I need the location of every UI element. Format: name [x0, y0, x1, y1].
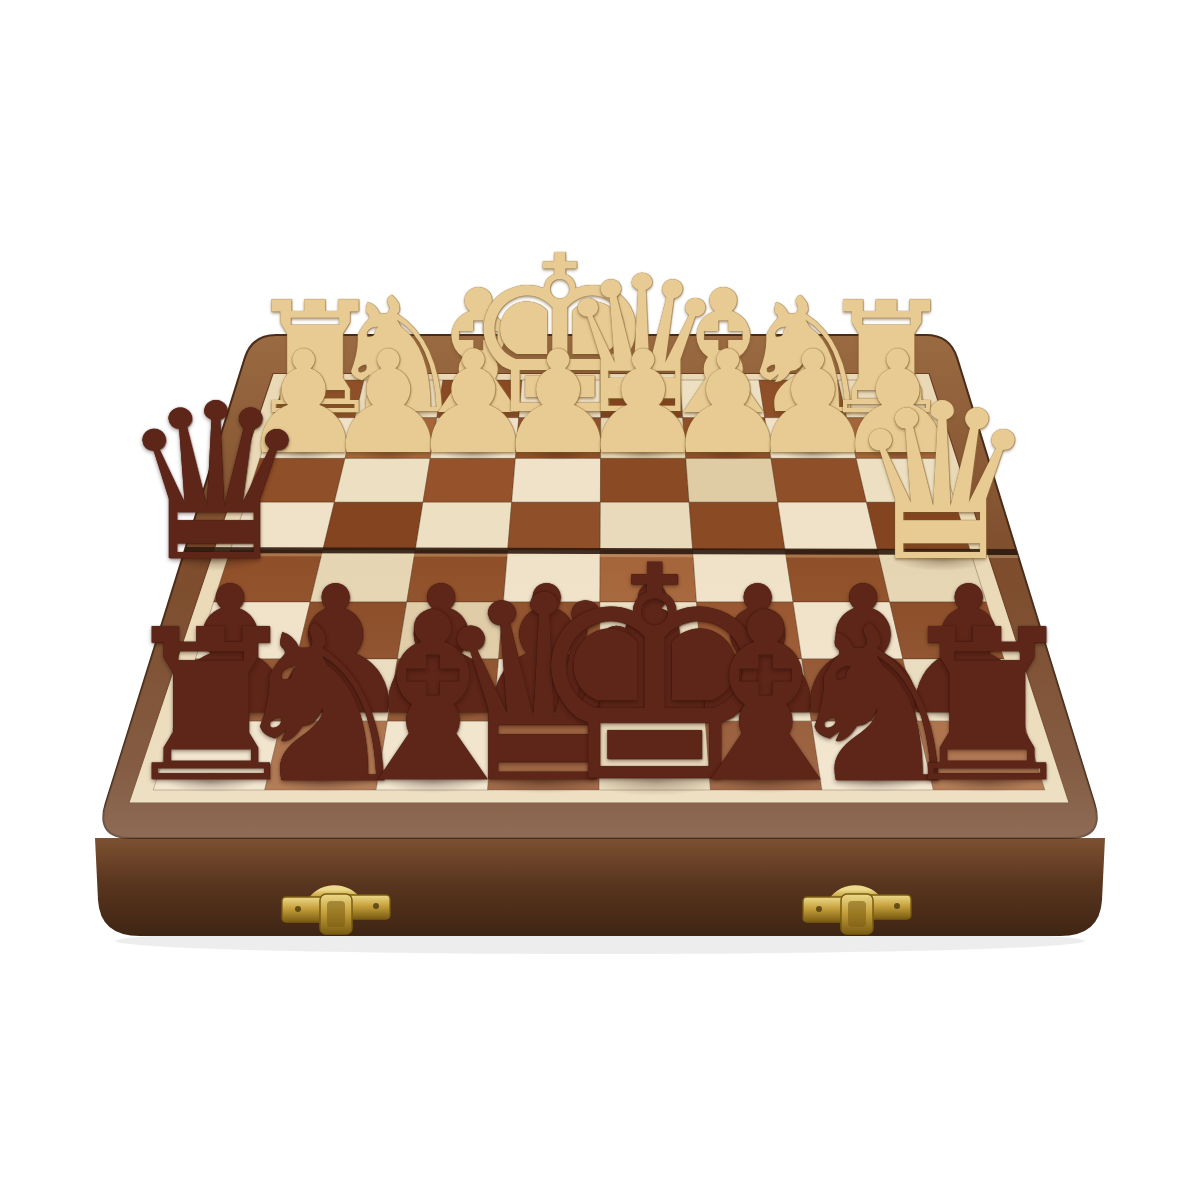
square-h4[interactable]	[230, 502, 334, 550]
square-g1[interactable]	[355, 380, 443, 418]
square-f3[interactable]	[423, 458, 515, 502]
square-d4[interactable]	[600, 502, 693, 550]
square-d1[interactable]	[601, 380, 683, 418]
square-h2[interactable]	[260, 418, 355, 459]
square-d2[interactable]	[601, 418, 686, 459]
chessboard	[0, 0, 1200, 1200]
square-a4[interactable]	[867, 502, 971, 550]
square-h1[interactable]	[273, 380, 364, 418]
product-photo-scene: ♜♞♝♚♛♝♞♜♟♟♟♟♟♟♟♟♟♟♟♟♟♟♟♟♜♞♝♛♚♝♞♜♛♛	[0, 0, 1200, 1200]
square-c4[interactable]	[689, 502, 785, 550]
square-b3[interactable]	[771, 458, 867, 502]
square-d3[interactable]	[600, 458, 689, 502]
square-c1[interactable]	[680, 380, 765, 418]
square-e4[interactable]	[508, 502, 601, 550]
square-g3[interactable]	[334, 458, 430, 502]
box-front-face	[95, 838, 1105, 936]
gloss-reflection	[95, 556, 1105, 838]
square-h3[interactable]	[246, 458, 345, 502]
square-c3[interactable]	[686, 458, 778, 502]
square-a1[interactable]	[838, 380, 929, 418]
square-f1[interactable]	[437, 380, 522, 418]
square-a2[interactable]	[847, 418, 942, 459]
square-a3[interactable]	[856, 458, 955, 502]
square-g2[interactable]	[345, 418, 437, 459]
square-e1[interactable]	[519, 380, 601, 418]
square-e2[interactable]	[515, 418, 600, 459]
square-b4[interactable]	[778, 502, 878, 550]
square-f4[interactable]	[415, 502, 511, 550]
square-b1[interactable]	[759, 380, 847, 418]
square-f2[interactable]	[430, 418, 519, 459]
square-c2[interactable]	[683, 418, 771, 459]
square-g4[interactable]	[323, 502, 423, 550]
square-b2[interactable]	[765, 418, 856, 459]
square-e3[interactable]	[512, 458, 601, 502]
